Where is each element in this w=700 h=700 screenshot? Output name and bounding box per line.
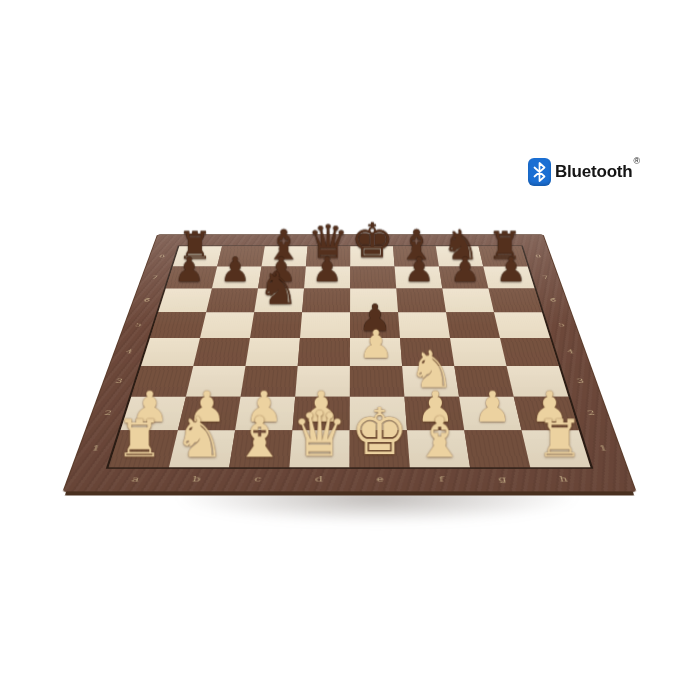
product-photo: ♜♝♛♚♝♞♜♟♟♟♟♟♟♟♞♟♟♞♟♟♟♟♟♟♟♜♞♝♛♚♝♜ abcdefg… bbox=[0, 0, 700, 700]
rank-label-left-2: 2 bbox=[95, 408, 121, 417]
square-a6 bbox=[158, 289, 212, 313]
square-c2: ♟ bbox=[235, 397, 295, 431]
square-h2: ♟ bbox=[514, 397, 579, 431]
square-a3 bbox=[131, 366, 193, 397]
file-label-c: c bbox=[245, 474, 271, 485]
square-g6 bbox=[442, 289, 494, 313]
square-g2: ♟ bbox=[459, 397, 521, 431]
square-h1: ♜ bbox=[522, 430, 591, 467]
file-label-d: d bbox=[306, 474, 331, 485]
square-a4 bbox=[141, 338, 200, 366]
piece-white-rook-a1: ♜ bbox=[102, 413, 176, 465]
square-c4 bbox=[245, 338, 300, 366]
square-f6 bbox=[396, 289, 446, 313]
square-h3 bbox=[507, 366, 569, 397]
square-a7: ♟ bbox=[166, 267, 217, 289]
rank-label-right-7: 7 bbox=[535, 274, 555, 280]
square-h7: ♟ bbox=[483, 267, 534, 289]
square-d7: ♟ bbox=[304, 267, 350, 289]
square-g8: ♞ bbox=[436, 246, 484, 266]
square-a8: ♜ bbox=[173, 246, 222, 266]
bluetooth-wordmark: Bluetooth bbox=[555, 162, 633, 181]
square-h8: ♜ bbox=[479, 246, 528, 266]
square-c3 bbox=[241, 366, 298, 397]
square-b7: ♟ bbox=[212, 267, 262, 289]
square-e4: ♟ bbox=[350, 338, 402, 366]
square-d8: ♛ bbox=[306, 246, 350, 266]
rank-label-left-6: 6 bbox=[136, 297, 157, 304]
square-e6 bbox=[350, 289, 398, 313]
square-g1 bbox=[464, 430, 530, 467]
piece-black-bishop-c8: ♝ bbox=[256, 224, 311, 266]
square-b4 bbox=[193, 338, 250, 366]
square-g5 bbox=[446, 312, 500, 338]
piece-white-rook-h1: ♜ bbox=[522, 413, 596, 465]
rank-label-right-8: 8 bbox=[529, 253, 548, 259]
square-b1: ♞ bbox=[169, 430, 235, 467]
square-a1: ♜ bbox=[109, 430, 178, 467]
file-label-e: e bbox=[368, 474, 393, 485]
square-g4 bbox=[450, 338, 507, 366]
file-label-h: h bbox=[550, 474, 578, 485]
rank-label-left-8: 8 bbox=[152, 253, 171, 259]
square-d1: ♛ bbox=[289, 430, 349, 467]
piece-black-rook-h8: ♜ bbox=[478, 227, 533, 265]
piece-black-king-e8: ♚ bbox=[345, 218, 400, 266]
square-f5 bbox=[398, 312, 450, 338]
square-e3 bbox=[350, 366, 405, 397]
square-h5 bbox=[494, 312, 550, 338]
square-b6 bbox=[206, 289, 258, 313]
square-b5 bbox=[200, 312, 254, 338]
square-f8: ♝ bbox=[393, 246, 439, 266]
square-f4 bbox=[400, 338, 454, 366]
square-a5 bbox=[150, 312, 206, 338]
square-d5 bbox=[300, 312, 350, 338]
square-f3: ♞ bbox=[402, 366, 459, 397]
rank-label-right-3: 3 bbox=[568, 377, 592, 386]
bluetooth-icon bbox=[528, 158, 551, 186]
rank-label-left-4: 4 bbox=[118, 348, 141, 356]
file-label-f: f bbox=[428, 474, 454, 485]
square-d2: ♟ bbox=[292, 397, 349, 431]
piece-black-bishop-f8: ♝ bbox=[389, 224, 444, 266]
square-b8 bbox=[217, 246, 265, 266]
piece-black-queen-d8: ♛ bbox=[301, 219, 356, 265]
file-label-b: b bbox=[183, 474, 210, 485]
registered-mark: ® bbox=[634, 156, 640, 166]
rank-label-left-5: 5 bbox=[127, 321, 149, 328]
square-b2: ♟ bbox=[178, 397, 241, 431]
scene: ♜♝♛♚♝♞♜♟♟♟♟♟♟♟♞♟♟♞♟♟♟♟♟♟♟♜♞♝♛♚♝♜ abcdefg… bbox=[0, 0, 700, 700]
rank-label-right-2: 2 bbox=[579, 408, 605, 417]
file-label-g: g bbox=[489, 474, 516, 485]
square-e1: ♚ bbox=[350, 430, 410, 467]
rank-label-left-7: 7 bbox=[145, 274, 165, 280]
bluetooth-rune bbox=[532, 162, 547, 182]
rank-label-left-3: 3 bbox=[107, 377, 131, 386]
square-a2: ♟ bbox=[121, 397, 186, 431]
chess-board: ♜♝♛♚♝♞♜♟♟♟♟♟♟♟♞♟♟♞♟♟♟♟♟♟♟♜♞♝♛♚♝♜ abcdefg… bbox=[64, 235, 635, 492]
square-h4 bbox=[500, 338, 559, 366]
square-h6 bbox=[488, 289, 542, 313]
square-e2 bbox=[350, 397, 407, 431]
piece-white-queen-d1: ♛ bbox=[282, 403, 356, 465]
square-b3 bbox=[186, 366, 246, 397]
bluetooth-label: Bluetooth® bbox=[555, 162, 639, 182]
square-c7: ♟ bbox=[258, 267, 306, 289]
square-f2: ♟ bbox=[404, 397, 464, 431]
rank-label-right-5: 5 bbox=[551, 321, 573, 328]
square-c6: ♞ bbox=[254, 289, 304, 313]
rank-label-left-1: 1 bbox=[82, 443, 109, 453]
file-label-a: a bbox=[122, 474, 150, 485]
square-c5 bbox=[250, 312, 302, 338]
square-f7: ♟ bbox=[395, 267, 443, 289]
rank-label-right-1: 1 bbox=[590, 443, 617, 453]
piece-black-knight-g8: ♞ bbox=[433, 224, 488, 266]
square-d4 bbox=[298, 338, 350, 366]
rank-label-right-6: 6 bbox=[543, 297, 564, 304]
piece-black-rook-a8: ♜ bbox=[168, 227, 223, 265]
square-d6 bbox=[302, 289, 350, 313]
square-g7: ♟ bbox=[439, 267, 488, 289]
square-e7 bbox=[350, 267, 396, 289]
square-d3 bbox=[295, 366, 350, 397]
square-e5: ♟ bbox=[350, 312, 400, 338]
square-e8: ♚ bbox=[350, 246, 394, 266]
square-c8: ♝ bbox=[262, 246, 308, 266]
square-c1: ♝ bbox=[229, 430, 292, 467]
bluetooth-logo: Bluetooth® bbox=[528, 158, 639, 186]
square-g3 bbox=[454, 366, 513, 397]
playing-area: ♜♝♛♚♝♞♜♟♟♟♟♟♟♟♞♟♟♞♟♟♟♟♟♟♟♜♞♝♛♚♝♜ bbox=[106, 245, 594, 468]
square-f1: ♝ bbox=[407, 430, 470, 467]
rank-label-right-4: 4 bbox=[559, 348, 582, 356]
